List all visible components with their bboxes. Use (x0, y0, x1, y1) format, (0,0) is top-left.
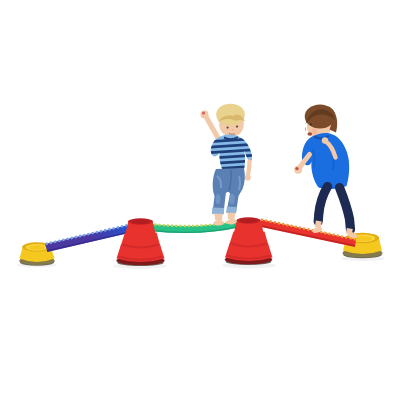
child-left-nose (232, 129, 234, 131)
jeans-knee-highlight (229, 194, 235, 204)
child-left-hair (216, 104, 245, 126)
jeans-shade (239, 176, 240, 190)
child-right-hand-up (322, 137, 328, 143)
scene-photo (0, 0, 400, 400)
dome-top-center (29, 245, 45, 250)
child-right-nose (305, 128, 306, 132)
jeans-knee-highlight (216, 194, 221, 204)
child-left (201, 104, 257, 226)
child-left-fist-grip (202, 111, 205, 114)
child-left-cuff-left (212, 208, 224, 215)
balance-beam-red (261, 220, 356, 248)
child-right-cheek-blush (312, 129, 318, 135)
child-left-raised-arm (207, 118, 220, 141)
stack-opening-inner (240, 219, 258, 223)
child-right-ankle-front (315, 221, 322, 229)
child-left-eye-right (236, 126, 238, 128)
child-left-hand (245, 174, 251, 180)
child-right-leg-front (318, 187, 327, 222)
child-right-fist-grip (295, 167, 298, 170)
child-left-ankle-left (215, 214, 223, 221)
child-right (294, 105, 358, 240)
child-left-ankle-right (228, 213, 236, 220)
floor-shadows (17, 256, 385, 269)
stack-opening-inner (131, 220, 149, 224)
child-left-eye-left (227, 127, 229, 129)
child-right-leg-back (340, 188, 351, 230)
product-photo (0, 0, 400, 400)
child-left-forearm (248, 161, 250, 175)
child-right-eye (310, 123, 312, 125)
child-right-mouth (308, 132, 313, 135)
child-left-cuff-right (226, 207, 236, 214)
child-left-fist (201, 111, 209, 119)
